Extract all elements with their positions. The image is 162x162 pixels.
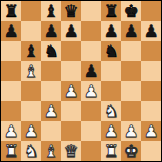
- square-a5[interactable]: [1, 61, 21, 81]
- square-e3[interactable]: [81, 101, 101, 121]
- square-a3[interactable]: [1, 101, 21, 121]
- square-a1[interactable]: ♜: [1, 141, 21, 161]
- square-f2[interactable]: ♟: [101, 121, 121, 141]
- white-pawn-icon[interactable]: ♟: [23, 121, 38, 141]
- white-pawn-icon[interactable]: ♟: [3, 121, 18, 141]
- black-knight-icon[interactable]: ♞: [43, 41, 58, 61]
- square-e7[interactable]: [81, 21, 101, 41]
- black-rook-icon[interactable]: ♜: [103, 1, 118, 21]
- square-h1[interactable]: [141, 141, 161, 161]
- square-e6[interactable]: [81, 41, 101, 61]
- square-d2[interactable]: [61, 121, 81, 141]
- square-f8[interactable]: ♜: [101, 1, 121, 21]
- white-pawn-icon[interactable]: ♟: [123, 121, 138, 141]
- white-knight-icon[interactable]: ♞: [103, 101, 118, 121]
- square-a4[interactable]: [1, 81, 21, 101]
- black-pawn-icon[interactable]: ♟: [143, 21, 158, 41]
- square-d8[interactable]: ♛: [61, 1, 81, 21]
- white-rook-icon[interactable]: ♜: [103, 141, 118, 161]
- white-queen-icon[interactable]: ♛: [63, 141, 78, 161]
- square-b6[interactable]: ♝: [21, 41, 41, 61]
- square-h3[interactable]: [141, 101, 161, 121]
- square-f4[interactable]: [101, 81, 121, 101]
- black-pawn-icon[interactable]: ♟: [63, 21, 78, 41]
- square-b4[interactable]: [21, 81, 41, 101]
- square-c2[interactable]: [41, 121, 61, 141]
- square-e2[interactable]: [81, 121, 101, 141]
- black-pawn-icon[interactable]: ♟: [123, 21, 138, 41]
- square-f7[interactable]: ♟: [101, 21, 121, 41]
- white-king-icon[interactable]: ♚: [123, 141, 138, 161]
- square-g3[interactable]: [121, 101, 141, 121]
- black-pawn-icon[interactable]: ♟: [43, 21, 58, 41]
- square-g2[interactable]: ♟: [121, 121, 141, 141]
- square-c3[interactable]: ♟: [41, 101, 61, 121]
- black-king-icon[interactable]: ♚: [123, 1, 138, 21]
- square-h4[interactable]: [141, 81, 161, 101]
- white-pawn-icon[interactable]: ♟: [143, 121, 158, 141]
- white-pawn-icon[interactable]: ♟: [63, 81, 78, 101]
- white-rook-icon[interactable]: ♜: [3, 141, 18, 161]
- square-d6[interactable]: [61, 41, 81, 61]
- square-c5[interactable]: [41, 61, 61, 81]
- square-d3[interactable]: [61, 101, 81, 121]
- square-a7[interactable]: ♟: [1, 21, 21, 41]
- square-e5[interactable]: ♟: [81, 61, 101, 81]
- square-g1[interactable]: ♚: [121, 141, 141, 161]
- square-f6[interactable]: ♞: [101, 41, 121, 61]
- white-bishop-icon[interactable]: ♝: [23, 61, 38, 81]
- square-g7[interactable]: ♟: [121, 21, 141, 41]
- square-g6[interactable]: [121, 41, 141, 61]
- black-queen-icon[interactable]: ♛: [63, 1, 78, 21]
- square-f1[interactable]: ♜: [101, 141, 121, 161]
- chess-board: ♜♝♛♜♚♟♟♟♟♟♟♝♞♞♝♟♟♟♟♞♟♟♟♟♟♜♞♝♛♜♚: [0, 0, 162, 162]
- square-h8[interactable]: [141, 1, 161, 21]
- square-b8[interactable]: [21, 1, 41, 21]
- square-c7[interactable]: ♟: [41, 21, 61, 41]
- square-f5[interactable]: [101, 61, 121, 81]
- black-pawn-icon[interactable]: ♟: [83, 61, 98, 81]
- square-c8[interactable]: ♝: [41, 1, 61, 21]
- square-c6[interactable]: ♞: [41, 41, 61, 61]
- square-h6[interactable]: [141, 41, 161, 61]
- square-h2[interactable]: ♟: [141, 121, 161, 141]
- square-d7[interactable]: ♟: [61, 21, 81, 41]
- white-knight-icon[interactable]: ♞: [23, 141, 38, 161]
- square-d4[interactable]: ♟: [61, 81, 81, 101]
- square-f3[interactable]: ♞: [101, 101, 121, 121]
- square-a2[interactable]: ♟: [1, 121, 21, 141]
- square-h7[interactable]: ♟: [141, 21, 161, 41]
- square-e8[interactable]: [81, 1, 101, 21]
- black-pawn-icon[interactable]: ♟: [103, 21, 118, 41]
- white-bishop-icon[interactable]: ♝: [43, 141, 58, 161]
- square-c4[interactable]: [41, 81, 61, 101]
- square-d1[interactable]: ♛: [61, 141, 81, 161]
- square-g4[interactable]: [121, 81, 141, 101]
- square-g5[interactable]: [121, 61, 141, 81]
- white-pawn-icon[interactable]: ♟: [83, 81, 98, 101]
- square-b2[interactable]: ♟: [21, 121, 41, 141]
- square-h5[interactable]: [141, 61, 161, 81]
- white-pawn-icon[interactable]: ♟: [103, 121, 118, 141]
- square-e4[interactable]: ♟: [81, 81, 101, 101]
- square-b3[interactable]: [21, 101, 41, 121]
- square-d5[interactable]: [61, 61, 81, 81]
- black-rook-icon[interactable]: ♜: [3, 1, 18, 21]
- square-b5[interactable]: ♝: [21, 61, 41, 81]
- square-e1[interactable]: [81, 141, 101, 161]
- white-pawn-icon[interactable]: ♟: [43, 101, 58, 121]
- square-b1[interactable]: ♞: [21, 141, 41, 161]
- black-pawn-icon[interactable]: ♟: [3, 21, 18, 41]
- black-bishop-icon[interactable]: ♝: [43, 1, 58, 21]
- black-bishop-icon[interactable]: ♝: [23, 41, 38, 61]
- square-c1[interactable]: ♝: [41, 141, 61, 161]
- square-b7[interactable]: [21, 21, 41, 41]
- square-g8[interactable]: ♚: [121, 1, 141, 21]
- square-a6[interactable]: [1, 41, 21, 61]
- square-a8[interactable]: ♜: [1, 1, 21, 21]
- black-knight-icon[interactable]: ♞: [103, 41, 118, 61]
